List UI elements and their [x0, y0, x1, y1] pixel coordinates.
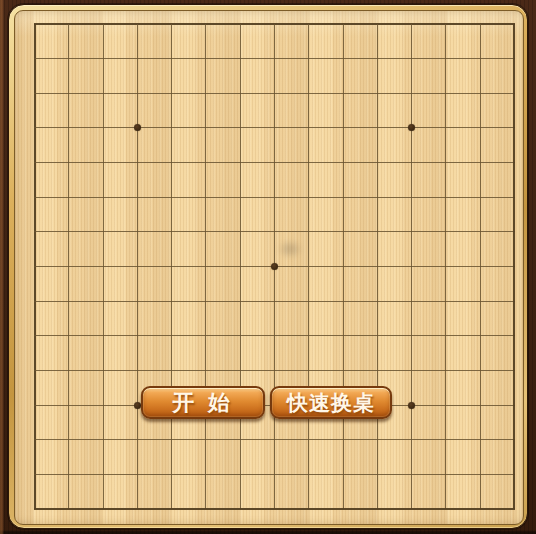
grid-line [445, 24, 446, 510]
grid-line [34, 439, 515, 440]
gomoku-board[interactable] [14, 10, 524, 525]
grid-line [480, 24, 481, 510]
grid-line [411, 24, 412, 510]
grid-line [308, 24, 309, 510]
grid-line [34, 508, 515, 510]
grid-line [34, 301, 515, 302]
star-point [134, 124, 141, 131]
grid-line [34, 335, 515, 336]
grid-line [513, 24, 515, 510]
quick-change-table-button[interactable]: 快速换桌 [270, 386, 392, 419]
board-frame [8, 4, 528, 529]
grid-line [343, 24, 344, 510]
star-point [408, 124, 415, 131]
star-point [134, 402, 141, 409]
star-point [271, 263, 278, 270]
start-button[interactable]: 开 始 [141, 386, 265, 419]
grid-line [34, 474, 515, 475]
star-point [408, 402, 415, 409]
shadow-smudge [273, 236, 307, 262]
grid-line [34, 370, 515, 371]
game-table-screen: 开 始 快速换桌 [0, 0, 536, 534]
grid-line [377, 24, 378, 510]
